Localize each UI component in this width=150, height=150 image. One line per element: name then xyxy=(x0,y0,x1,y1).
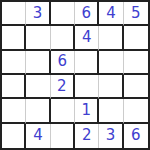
given-digit: 6 xyxy=(81,6,91,21)
cell-r3c6[interactable] xyxy=(124,51,148,75)
cell-r3c5[interactable] xyxy=(99,51,123,75)
cell-r4c1[interactable] xyxy=(2,75,26,99)
given-digit: 4 xyxy=(106,6,116,21)
given-digit: 6 xyxy=(58,54,68,69)
cell-r5c3[interactable] xyxy=(51,99,75,123)
cell-r4c6[interactable] xyxy=(124,75,148,99)
cell-r3c1[interactable] xyxy=(2,51,26,75)
cell-r2c6[interactable] xyxy=(124,26,148,50)
cell-r5c6[interactable] xyxy=(124,99,148,123)
cell-r4c4[interactable] xyxy=(75,75,99,99)
cell-r6c1[interactable] xyxy=(2,124,26,148)
given-digit: 3 xyxy=(33,6,43,21)
given-digit: 6 xyxy=(131,128,141,143)
cell-r2c3[interactable] xyxy=(51,26,75,50)
cell-r1c3[interactable] xyxy=(51,2,75,26)
cell-r4c3[interactable]: 2 xyxy=(51,75,75,99)
cell-r6c4[interactable]: 2 xyxy=(75,124,99,148)
cell-r6c6[interactable]: 6 xyxy=(124,124,148,148)
cell-r1c2[interactable]: 3 xyxy=(26,2,50,26)
cell-r6c3[interactable] xyxy=(51,124,75,148)
given-digit: 3 xyxy=(106,128,116,143)
cell-r6c5[interactable]: 3 xyxy=(99,124,123,148)
cell-r5c4[interactable]: 1 xyxy=(75,99,99,123)
cell-r5c2[interactable] xyxy=(26,99,50,123)
cell-r1c4[interactable]: 6 xyxy=(75,2,99,26)
cell-r1c1[interactable] xyxy=(2,2,26,26)
cell-r2c1[interactable] xyxy=(2,26,26,50)
given-digit: 2 xyxy=(82,128,92,143)
cell-r5c1[interactable] xyxy=(2,99,26,123)
cell-r3c2[interactable] xyxy=(26,51,50,75)
cell-r5c5[interactable] xyxy=(99,99,123,123)
given-digit: 1 xyxy=(81,103,91,118)
given-digit: 2 xyxy=(57,79,67,94)
cell-r4c2[interactable] xyxy=(26,75,50,99)
cell-r2c4[interactable]: 4 xyxy=(75,26,99,50)
sudoku-board: 364546214236 xyxy=(0,0,150,150)
cell-r2c5[interactable] xyxy=(99,26,123,50)
cell-r1c5[interactable]: 4 xyxy=(99,2,123,26)
cell-r4c5[interactable] xyxy=(99,75,123,99)
cell-r3c3[interactable]: 6 xyxy=(51,51,75,75)
given-digit: 5 xyxy=(131,6,141,21)
cell-r2c2[interactable] xyxy=(26,26,50,50)
given-digit: 4 xyxy=(33,128,43,143)
cell-r1c6[interactable]: 5 xyxy=(124,2,148,26)
cell-r6c2[interactable]: 4 xyxy=(26,124,50,148)
given-digit: 4 xyxy=(82,30,92,45)
cell-r3c4[interactable] xyxy=(75,51,99,75)
